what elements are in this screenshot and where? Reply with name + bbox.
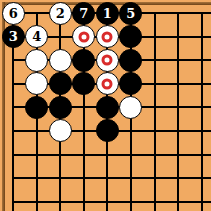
stone-black — [25, 96, 48, 119]
grid-line-vertical — [154, 12, 156, 211]
stone-black — [119, 49, 142, 72]
grid-line-horizontal — [12, 201, 211, 203]
stone-white — [96, 49, 119, 72]
stone-black — [96, 96, 119, 119]
grid-line-horizontal — [12, 177, 211, 179]
stone-black: 7 — [72, 2, 95, 25]
stone-white: 4 — [25, 25, 48, 48]
stone-white — [96, 72, 119, 95]
stone-white — [49, 49, 72, 72]
stone-white — [49, 119, 72, 142]
stone-move-number: 6 — [9, 6, 18, 19]
stone-move-number: 2 — [56, 6, 65, 19]
stone-move-number: 4 — [32, 30, 41, 43]
stone-black — [49, 72, 72, 95]
stone-white — [119, 96, 142, 119]
red-circle-marker-icon — [102, 78, 113, 89]
red-circle-marker-icon — [102, 55, 113, 66]
stone-move-number: 3 — [9, 30, 18, 43]
stone-black: 3 — [2, 25, 25, 48]
stone-black — [49, 96, 72, 119]
stone-move-number: 5 — [126, 6, 135, 19]
stone-white — [96, 25, 119, 48]
grid-line-horizontal — [12, 154, 211, 156]
stone-white — [25, 72, 48, 95]
stone-white: 2 — [49, 2, 72, 25]
stone-white — [72, 25, 95, 48]
stone-black — [119, 72, 142, 95]
stone-black: 1 — [96, 2, 119, 25]
grid-line-vertical — [201, 12, 203, 211]
go-board: 6271534 — [0, 0, 211, 211]
red-circle-marker-icon — [78, 31, 89, 42]
stone-move-number: 1 — [103, 6, 112, 19]
stone-black — [96, 119, 119, 142]
red-circle-marker-icon — [102, 31, 113, 42]
grid-line-vertical — [177, 12, 179, 211]
stone-move-number: 7 — [79, 6, 88, 19]
stone-white — [25, 49, 48, 72]
stone-black: 5 — [119, 2, 142, 25]
stone-black — [72, 72, 95, 95]
stone-white: 6 — [2, 2, 25, 25]
stone-black — [119, 25, 142, 48]
stone-black — [72, 49, 95, 72]
